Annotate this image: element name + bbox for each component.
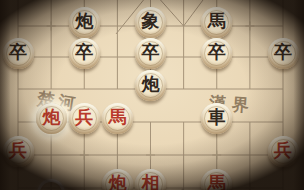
- piece-character: 卒: [142, 43, 160, 61]
- xiangqi-board: 楚河 漢界 炮象馬卒卒卒卒卒炮炮兵馬車兵兵炮相馬: [0, 0, 304, 190]
- piece-character: 炮: [142, 75, 160, 93]
- piece-black-file8-rank3[interactable]: 卒: [268, 38, 299, 69]
- piece-character: 兵: [75, 108, 93, 126]
- piece-character: 炮: [75, 12, 93, 30]
- piece-character: 馬: [208, 12, 226, 30]
- piece-black-file4-rank2[interactable]: 象: [135, 7, 166, 38]
- piece-black-file6-rank3[interactable]: 卒: [201, 38, 232, 69]
- piece-black-file6-rank2[interactable]: 馬: [201, 7, 232, 38]
- piece-character: 馬: [108, 108, 126, 126]
- piece-character: 相: [142, 174, 160, 190]
- piece-character: 象: [142, 12, 160, 30]
- piece-black-file0-rank3[interactable]: 卒: [3, 38, 34, 69]
- piece-red-file0-rank6[interactable]: 兵: [3, 136, 34, 167]
- piece-character: 卒: [75, 43, 93, 61]
- piece-character: 車: [208, 108, 226, 126]
- piece-black-file6-rank5[interactable]: 車: [201, 103, 232, 134]
- piece-black-file2-rank2[interactable]: 炮: [69, 7, 100, 38]
- piece-character: 兵: [9, 141, 27, 159]
- palace-diagonal: [184, 0, 203, 26]
- piece-red-file1-rank5[interactable]: 炮: [36, 103, 67, 134]
- piece-red-file3-rank5[interactable]: 馬: [102, 103, 133, 134]
- piece-black-file4-rank3[interactable]: 卒: [135, 38, 166, 69]
- piece-character: 兵: [274, 141, 292, 159]
- piece-character: 卒: [274, 43, 292, 61]
- piece-red-file8-rank6[interactable]: 兵: [268, 136, 299, 167]
- piece-character: 馬: [208, 174, 226, 190]
- piece-character: 卒: [208, 43, 226, 61]
- piece-red-file2-rank5[interactable]: 兵: [69, 103, 100, 134]
- piece-character: 炮: [108, 174, 126, 190]
- piece-character: 卒: [9, 43, 27, 61]
- piece-character: 炮: [42, 108, 60, 126]
- piece-black-file2-rank3[interactable]: 卒: [69, 38, 100, 69]
- piece-black-file4-rank4[interactable]: 炮: [135, 70, 166, 101]
